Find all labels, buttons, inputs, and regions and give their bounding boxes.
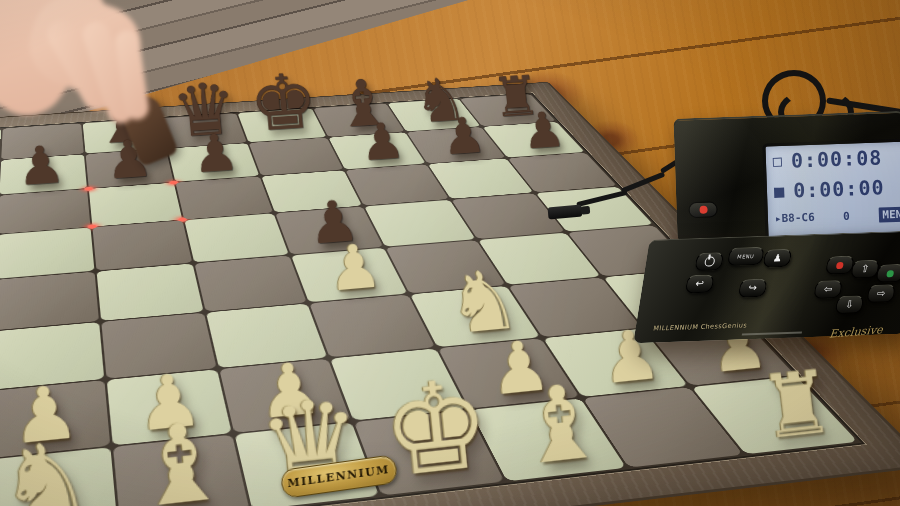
white-knight-b1[interactable]: ♞ — [0, 428, 97, 506]
white-bishop-c1[interactable]: ♝ — [128, 409, 233, 506]
square-c1[interactable]: ♝ — [112, 435, 250, 506]
white-bishop-f1[interactable]: ♝ — [512, 371, 610, 478]
square-b1[interactable]: ♞ — [0, 447, 117, 506]
keypad-base: MILLENNIUM ChessGenius Exclusive MENU♟↩↪… — [633, 230, 900, 343]
square-b5[interactable] — [0, 228, 94, 279]
square-e8[interactable]: ♚ — [238, 108, 327, 142]
display-head: □ 0:00:08 ■ 0:00:00 ▸B8-C6 0 MENU — [673, 111, 900, 243]
black-king-e8[interactable]: ♚ — [247, 65, 321, 141]
square-c5[interactable] — [92, 221, 193, 271]
black-pawn-f7[interactable]: ♟ — [358, 117, 407, 167]
square-d5[interactable] — [185, 213, 289, 262]
power-icon — [703, 256, 715, 266]
white-rook-h1[interactable]: ♜ — [755, 360, 836, 450]
square-f5[interactable] — [364, 200, 475, 247]
menu-button[interactable]: MENU — [727, 247, 765, 266]
green-button-dot — [886, 270, 894, 277]
chess-computer-unit: □ 0:00:08 ■ 0:00:00 ▸B8-C6 0 MENU — [641, 90, 900, 349]
gloss-reflection — [673, 113, 900, 243]
red-button-dot — [836, 261, 844, 268]
black-pawn-g7[interactable]: ♟ — [440, 111, 488, 161]
square-e3[interactable] — [309, 295, 435, 358]
square-b6[interactable] — [0, 189, 90, 234]
led-corner-c6 — [85, 187, 93, 191]
black-pawn-d7[interactable]: ♟ — [190, 128, 240, 180]
black-pawn-b7[interactable]: ♟ — [15, 140, 67, 193]
square-b4[interactable] — [0, 272, 98, 331]
square-d6[interactable] — [176, 176, 273, 219]
green-button[interactable] — [875, 264, 900, 283]
black-pawn-h7[interactable]: ♟ — [519, 106, 566, 155]
square-e7[interactable] — [249, 138, 343, 176]
scene: ♜♝♛♚♝♞♜♟♟♟♟♟♟♟♟♟♞♟♟♟♟♟♟♟♜♞♝♛♚♝♜ MILLENNI… — [0, 0, 900, 506]
white-pawn-e4[interactable]: ♟ — [325, 237, 384, 300]
